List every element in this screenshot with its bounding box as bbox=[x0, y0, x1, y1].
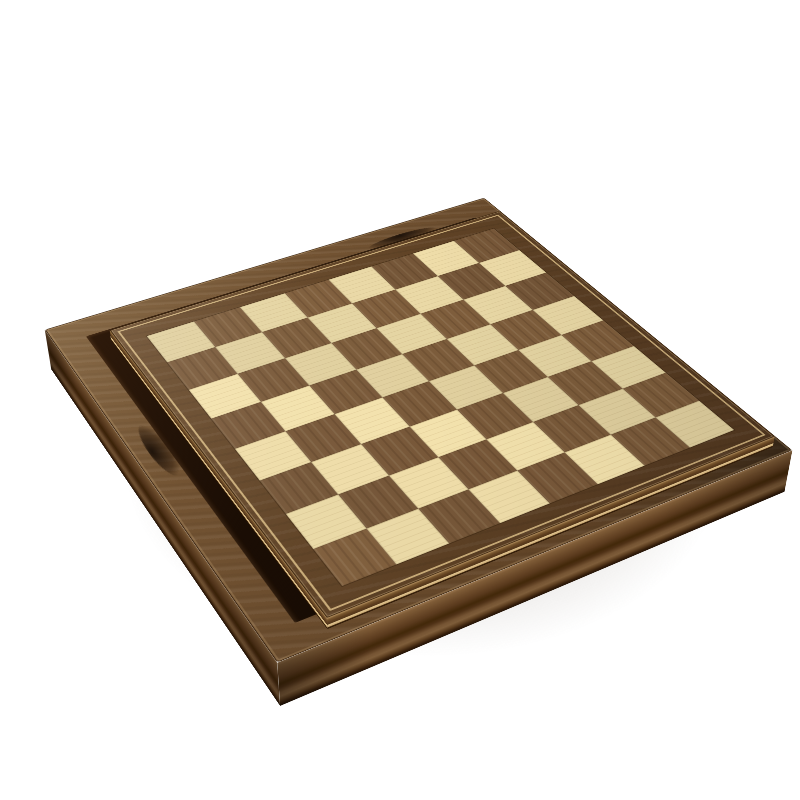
product-photo-stage bbox=[0, 0, 800, 800]
